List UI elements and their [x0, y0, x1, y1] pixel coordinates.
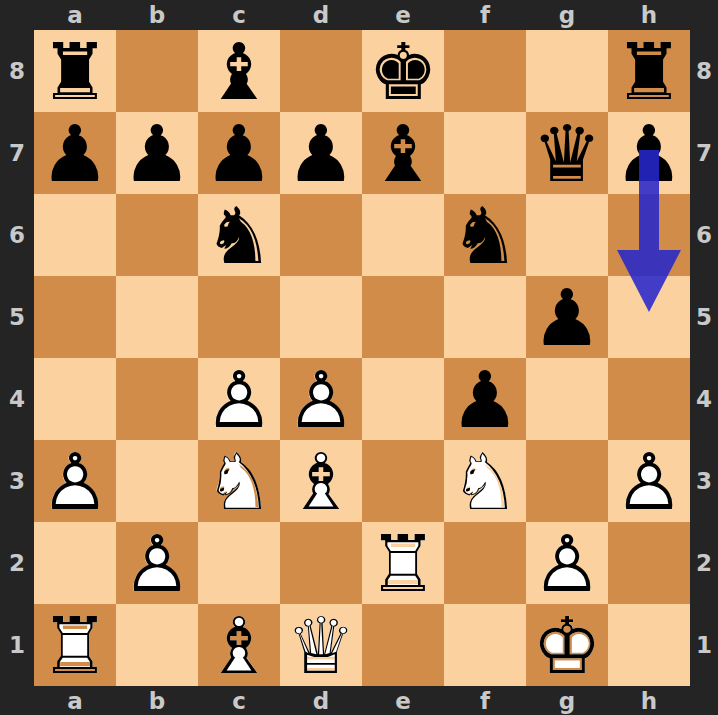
piece-black-pawn-h7[interactable]: ♟: [608, 112, 690, 194]
square-h3[interactable]: ♟♙: [608, 440, 690, 522]
square-c4[interactable]: ♟♙: [198, 358, 280, 440]
rank-label-6: 6: [0, 194, 34, 276]
piece-glyph-outline: ♗: [198, 604, 280, 686]
rank-labels-right: 87654321: [690, 30, 718, 686]
piece-glyph-fill: ♞: [198, 194, 280, 276]
file-label-e: e: [362, 0, 444, 30]
piece-glyph-fill: ♚: [362, 30, 444, 112]
piece-glyph-outline: ♙: [608, 440, 690, 522]
square-a8[interactable]: ♜: [34, 30, 116, 112]
file-label-c: c: [198, 0, 280, 30]
square-f1[interactable]: [444, 604, 526, 686]
square-h7[interactable]: ♟: [608, 112, 690, 194]
square-e2[interactable]: ♜♖: [362, 522, 444, 604]
piece-glyph-fill: ♟: [608, 112, 690, 194]
square-e8[interactable]: ♚: [362, 30, 444, 112]
rank-label-5: 5: [0, 276, 34, 358]
piece-black-pawn-d7[interactable]: ♟: [280, 112, 362, 194]
rank-label-4: 4: [690, 358, 718, 440]
piece-black-pawn-b7[interactable]: ♟: [116, 112, 198, 194]
piece-glyph-fill: ♟: [116, 112, 198, 194]
piece-glyph-fill: ♝: [362, 112, 444, 194]
square-d8[interactable]: [280, 30, 362, 112]
square-f4[interactable]: ♟: [444, 358, 526, 440]
square-b6[interactable]: [116, 194, 198, 276]
rank-label-8: 8: [690, 30, 718, 112]
rank-label-7: 7: [690, 112, 718, 194]
rank-label-1: 1: [690, 604, 718, 686]
square-f7[interactable]: [444, 112, 526, 194]
rank-label-2: 2: [690, 522, 718, 604]
square-b4[interactable]: [116, 358, 198, 440]
square-c1[interactable]: ♝♗: [198, 604, 280, 686]
piece-black-king-e8[interactable]: ♚: [362, 30, 444, 112]
square-c8[interactable]: ♝: [198, 30, 280, 112]
square-g1[interactable]: ♚♔: [526, 604, 608, 686]
square-g3[interactable]: [526, 440, 608, 522]
square-b5[interactable]: [116, 276, 198, 358]
square-b7[interactable]: ♟: [116, 112, 198, 194]
square-a4[interactable]: [34, 358, 116, 440]
square-f6[interactable]: ♞: [444, 194, 526, 276]
rank-label-8: 8: [0, 30, 34, 112]
piece-black-knight-f6[interactable]: ♞: [444, 194, 526, 276]
square-e3[interactable]: [362, 440, 444, 522]
piece-black-knight-c6[interactable]: ♞: [198, 194, 280, 276]
square-a3[interactable]: ♟♙: [34, 440, 116, 522]
piece-black-rook-h8[interactable]: ♜: [608, 30, 690, 112]
file-label-g: g: [526, 0, 608, 30]
square-f5[interactable]: [444, 276, 526, 358]
square-h6[interactable]: [608, 194, 690, 276]
square-g6[interactable]: [526, 194, 608, 276]
square-g4[interactable]: [526, 358, 608, 440]
piece-glyph-outline: ♘: [444, 440, 526, 522]
piece-black-pawn-g5[interactable]: ♟: [526, 276, 608, 358]
rank-label-6: 6: [690, 194, 718, 276]
piece-glyph-fill: ♟: [444, 358, 526, 440]
piece-glyph-fill: ♟: [34, 112, 116, 194]
chess-board: ♜♝♚♜♟♟♟♟♝♛♟♞♞♟♟♙♟♙♟♟♙♞♘♝♗♞♘♟♙♟♙♜♖♟♙♜♖♝♗♛…: [34, 30, 690, 686]
piece-glyph-fill: ♛: [526, 112, 608, 194]
square-g2[interactable]: ♟♙: [526, 522, 608, 604]
piece-black-pawn-f4[interactable]: ♟: [444, 358, 526, 440]
square-g7[interactable]: ♛: [526, 112, 608, 194]
square-g5[interactable]: ♟: [526, 276, 608, 358]
piece-white-rook-e2[interactable]: ♜♖: [362, 522, 444, 604]
square-c5[interactable]: [198, 276, 280, 358]
square-a7[interactable]: ♟: [34, 112, 116, 194]
square-d6[interactable]: [280, 194, 362, 276]
square-e1[interactable]: [362, 604, 444, 686]
square-d2[interactable]: [280, 522, 362, 604]
square-f8[interactable]: [444, 30, 526, 112]
piece-glyph-outline: ♙: [198, 358, 280, 440]
piece-glyph-outline: ♗: [280, 440, 362, 522]
piece-white-bishop-c1[interactable]: ♝♗: [198, 604, 280, 686]
square-b1[interactable]: [116, 604, 198, 686]
piece-white-king-g1[interactable]: ♚♔: [526, 604, 608, 686]
piece-black-pawn-c7[interactable]: ♟: [198, 112, 280, 194]
square-e5[interactable]: [362, 276, 444, 358]
piece-glyph-fill: ♜: [34, 30, 116, 112]
square-b3[interactable]: [116, 440, 198, 522]
square-g8[interactable]: [526, 30, 608, 112]
piece-white-queen-d1[interactable]: ♛♕: [280, 604, 362, 686]
piece-black-bishop-e7[interactable]: ♝: [362, 112, 444, 194]
piece-white-pawn-c4[interactable]: ♟♙: [198, 358, 280, 440]
square-h1[interactable]: [608, 604, 690, 686]
file-label-h: h: [608, 686, 690, 715]
piece-white-knight-c3[interactable]: ♞♘: [198, 440, 280, 522]
square-c2[interactable]: [198, 522, 280, 604]
piece-glyph-fill: ♝: [198, 30, 280, 112]
square-a5[interactable]: [34, 276, 116, 358]
piece-white-pawn-b2[interactable]: ♟♙: [116, 522, 198, 604]
square-d1[interactable]: ♛♕: [280, 604, 362, 686]
piece-glyph-outline: ♙: [526, 522, 608, 604]
piece-white-pawn-d4[interactable]: ♟♙: [280, 358, 362, 440]
square-d7[interactable]: ♟: [280, 112, 362, 194]
piece-glyph-fill: ♞: [444, 194, 526, 276]
piece-black-rook-a8[interactable]: ♜: [34, 30, 116, 112]
square-h5[interactable]: [608, 276, 690, 358]
piece-glyph-fill: ♟: [526, 276, 608, 358]
rank-label-1: 1: [0, 604, 34, 686]
piece-glyph-fill: ♟: [280, 112, 362, 194]
square-b2[interactable]: ♟♙: [116, 522, 198, 604]
piece-glyph-fill: ♜: [608, 30, 690, 112]
rank-label-5: 5: [690, 276, 718, 358]
square-a1[interactable]: ♜♖: [34, 604, 116, 686]
square-h2[interactable]: [608, 522, 690, 604]
piece-glyph-outline: ♖: [34, 604, 116, 686]
square-e7[interactable]: ♝: [362, 112, 444, 194]
piece-white-rook-a1[interactable]: ♜♖: [34, 604, 116, 686]
piece-white-pawn-g2[interactable]: ♟♙: [526, 522, 608, 604]
piece-glyph-outline: ♔: [526, 604, 608, 686]
square-c7[interactable]: ♟: [198, 112, 280, 194]
square-d3[interactable]: ♝♗: [280, 440, 362, 522]
square-e6[interactable]: [362, 194, 444, 276]
piece-black-pawn-a7[interactable]: ♟: [34, 112, 116, 194]
rank-label-2: 2: [0, 522, 34, 604]
square-f2[interactable]: [444, 522, 526, 604]
square-e4[interactable]: [362, 358, 444, 440]
piece-white-pawn-a3[interactable]: ♟♙: [34, 440, 116, 522]
piece-black-bishop-c8[interactable]: ♝: [198, 30, 280, 112]
square-d4[interactable]: ♟♙: [280, 358, 362, 440]
file-label-a: a: [34, 0, 116, 30]
rank-labels-left: 87654321: [0, 30, 34, 686]
file-label-b: b: [116, 686, 198, 715]
piece-black-queen-g7[interactable]: ♛: [526, 112, 608, 194]
square-h4[interactable]: [608, 358, 690, 440]
rank-label-3: 3: [0, 440, 34, 522]
square-h8[interactable]: ♜: [608, 30, 690, 112]
piece-glyph-outline: ♙: [34, 440, 116, 522]
piece-glyph-outline: ♘: [198, 440, 280, 522]
file-label-b: b: [116, 0, 198, 30]
piece-white-pawn-h3[interactable]: ♟♙: [608, 440, 690, 522]
square-c3[interactable]: ♞♘: [198, 440, 280, 522]
square-f3[interactable]: ♞♘: [444, 440, 526, 522]
file-label-f: f: [444, 0, 526, 30]
piece-glyph-outline: ♙: [280, 358, 362, 440]
file-label-h: h: [608, 0, 690, 30]
square-d5[interactable]: [280, 276, 362, 358]
file-label-f: f: [444, 686, 526, 715]
square-b8[interactable]: [116, 30, 198, 112]
piece-white-knight-f3[interactable]: ♞♘: [444, 440, 526, 522]
file-label-d: d: [280, 0, 362, 30]
file-labels-top: abcdefgh: [34, 0, 690, 30]
rank-label-7: 7: [0, 112, 34, 194]
square-a6[interactable]: [34, 194, 116, 276]
piece-glyph-outline: ♖: [362, 522, 444, 604]
piece-glyph-fill: ♟: [198, 112, 280, 194]
piece-white-bishop-d3[interactable]: ♝♗: [280, 440, 362, 522]
file-label-e: e: [362, 686, 444, 715]
rank-label-3: 3: [690, 440, 718, 522]
rank-label-4: 4: [0, 358, 34, 440]
piece-glyph-outline: ♕: [280, 604, 362, 686]
square-c6[interactable]: ♞: [198, 194, 280, 276]
piece-glyph-outline: ♙: [116, 522, 198, 604]
square-a2[interactable]: [34, 522, 116, 604]
board-frame: abcdefgh abcdefgh 87654321 87654321 ♜♝♚♜…: [0, 0, 718, 715]
